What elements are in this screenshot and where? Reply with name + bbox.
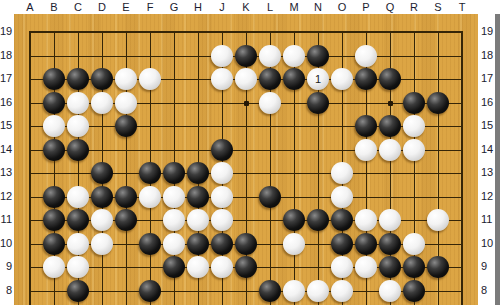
stone-black-E11: [115, 209, 137, 231]
stone-black-C14: [67, 139, 89, 161]
stone-black-R8: [403, 280, 425, 302]
stone-white-P9: [355, 256, 377, 278]
stone-white-C15: [67, 115, 89, 137]
stone-white-N17: 1: [307, 68, 329, 90]
stone-black-G9: [163, 256, 185, 278]
col-label-R: R: [402, 1, 426, 14]
stone-black-S9: [427, 256, 449, 278]
stone-white-E17: [115, 68, 137, 90]
row-label-left-10: 10: [0, 237, 12, 250]
stone-black-K9: [235, 256, 257, 278]
stone-black-D17: [91, 68, 113, 90]
stone-black-L12: [259, 186, 281, 208]
row-label-left-15: 15: [0, 119, 12, 132]
stone-white-F12: [139, 186, 161, 208]
stone-black-R9: [403, 256, 425, 278]
stone-black-Q9: [379, 256, 401, 278]
stone-black-P10: [355, 233, 377, 255]
col-label-T: T: [450, 1, 474, 14]
col-label-P: P: [354, 1, 378, 14]
stone-black-N18: [307, 45, 329, 67]
col-label-O: O: [330, 1, 354, 14]
stone-white-J11: [211, 209, 233, 231]
col-label-S: S: [426, 1, 450, 14]
stone-black-H12: [187, 186, 209, 208]
stone-white-C10: [67, 233, 89, 255]
stone-white-R10: [403, 233, 425, 255]
stone-white-Q8: [379, 280, 401, 302]
stone-black-Q10: [379, 233, 401, 255]
stone-black-M11: [283, 209, 305, 231]
col-label-B: B: [42, 1, 66, 14]
stone-white-C9: [67, 256, 89, 278]
stone-white-C12: [67, 186, 89, 208]
stone-white-M8: [283, 280, 305, 302]
stone-black-B12: [43, 186, 65, 208]
stone-white-L18: [259, 45, 281, 67]
stone-black-Q15: [379, 115, 401, 137]
stone-black-N11: [307, 209, 329, 231]
stone-white-J17: [211, 68, 233, 90]
stone-white-Q14: [379, 139, 401, 161]
stone-white-O8: [331, 280, 353, 302]
row-label-left-14: 14: [0, 143, 12, 156]
col-label-F: F: [138, 1, 162, 14]
stone-white-J18: [211, 45, 233, 67]
col-label-E: E: [114, 1, 138, 14]
row-label-left-17: 17: [0, 72, 12, 85]
stone-black-J10: [211, 233, 233, 255]
stone-white-S11: [427, 209, 449, 231]
col-label-J: J: [210, 1, 234, 14]
stone-black-B14: [43, 139, 65, 161]
stone-black-B16: [43, 92, 65, 114]
grid-line-v: [461, 31, 463, 305]
stone-black-G13: [163, 162, 185, 184]
stone-black-K10: [235, 233, 257, 255]
stone-white-L16: [259, 92, 281, 114]
stone-white-G10: [163, 233, 185, 255]
stone-black-Q17: [379, 68, 401, 90]
stone-white-O17: [331, 68, 353, 90]
stone-white-K17: [235, 68, 257, 90]
stone-black-N16: [307, 92, 329, 114]
stone-black-D13: [91, 162, 113, 184]
col-label-G: G: [162, 1, 186, 14]
stone-black-B17: [43, 68, 65, 90]
stone-white-D16: [91, 92, 113, 114]
stone-black-E15: [115, 115, 137, 137]
stone-black-C11: [67, 209, 89, 231]
star-point: [244, 101, 249, 106]
col-label-N: N: [306, 1, 330, 14]
stone-white-R15: [403, 115, 425, 137]
stone-black-H10: [187, 233, 209, 255]
stone-white-D11: [91, 209, 113, 231]
col-label-K: K: [234, 1, 258, 14]
stone-white-G11: [163, 209, 185, 231]
stone-white-J13: [211, 162, 233, 184]
stone-black-K18: [235, 45, 257, 67]
stone-white-H9: [187, 256, 209, 278]
row-label-left-11: 11: [0, 213, 12, 226]
row-label-left-8: 8: [0, 284, 12, 297]
stone-white-Q11: [379, 209, 401, 231]
row-label-left-13: 13: [0, 166, 12, 179]
right-edge-bar: [495, 14, 500, 305]
row-label-left-12: 12: [0, 190, 12, 203]
stone-white-D10: [91, 233, 113, 255]
stone-white-B15: [43, 115, 65, 137]
stone-white-M10: [283, 233, 305, 255]
stone-white-P11: [355, 209, 377, 231]
stone-white-O9: [331, 256, 353, 278]
stone-black-J14: [211, 139, 233, 161]
row-label-left-16: 16: [0, 96, 12, 109]
stone-white-B9: [43, 256, 65, 278]
stone-white-R14: [403, 139, 425, 161]
row-label-left-9: 9: [0, 260, 12, 273]
stone-black-O10: [331, 233, 353, 255]
stone-white-E16: [115, 92, 137, 114]
col-label-L: L: [258, 1, 282, 14]
col-label-Q: Q: [378, 1, 402, 14]
stone-black-L17: [259, 68, 281, 90]
stone-white-N8: [307, 280, 329, 302]
col-label-A: A: [18, 1, 42, 14]
col-label-C: C: [66, 1, 90, 14]
stone-white-P14: [355, 139, 377, 161]
stone-black-R16: [403, 92, 425, 114]
stone-black-F10: [139, 233, 161, 255]
stone-white-J9: [211, 256, 233, 278]
stone-black-C8: [67, 280, 89, 302]
stone-white-O12: [331, 186, 353, 208]
stone-white-O13: [331, 162, 353, 184]
stone-black-B11: [43, 209, 65, 231]
col-label-H: H: [186, 1, 210, 14]
stone-black-B10: [43, 233, 65, 255]
stone-white-P18: [355, 45, 377, 67]
stone-white-G12: [163, 186, 185, 208]
col-label-D: D: [90, 1, 114, 14]
stone-black-M17: [283, 68, 305, 90]
stone-white-M18: [283, 45, 305, 67]
stone-black-F8: [139, 280, 161, 302]
stone-white-F17: [139, 68, 161, 90]
col-label-M: M: [282, 1, 306, 14]
stone-black-S16: [427, 92, 449, 114]
row-label-left-18: 18: [0, 49, 12, 62]
stone-white-H11: [187, 209, 209, 231]
star-point: [388, 101, 393, 106]
stone-black-D12: [91, 186, 113, 208]
stone-black-P17: [355, 68, 377, 90]
stone-black-P15: [355, 115, 377, 137]
stone-black-E12: [115, 186, 137, 208]
stone-black-F13: [139, 162, 161, 184]
grid-line-v: [29, 31, 31, 305]
stone-black-O11: [331, 209, 353, 231]
stone-black-L8: [259, 280, 281, 302]
stone-black-C17: [67, 68, 89, 90]
go-app-screen: ABCDEFGHJKLMNOPQRST 19181716151413121110…: [0, 0, 500, 305]
move-number-marker: 1: [307, 68, 329, 90]
stone-white-J12: [211, 186, 233, 208]
goban[interactable]: 1: [14, 14, 478, 305]
stone-black-H13: [187, 162, 209, 184]
row-label-left-19: 19: [0, 25, 12, 38]
stone-white-C16: [67, 92, 89, 114]
